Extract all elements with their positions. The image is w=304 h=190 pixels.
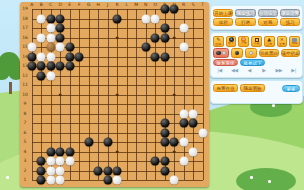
column-label: H: [96, 3, 99, 8]
stone-C13[interactable]: [46, 62, 55, 71]
row-label: 4: [24, 150, 27, 155]
stone-B13[interactable]: [37, 62, 46, 71]
stone-N15[interactable]: [141, 43, 150, 52]
column-label: F: [78, 3, 81, 8]
clear-board-button[interactable]: 清空棋盘: [281, 49, 301, 57]
stone-E13[interactable]: [65, 62, 74, 71]
stone-C2[interactable]: [46, 166, 55, 175]
column-label: C: [49, 3, 52, 8]
stone-R15[interactable]: [179, 43, 188, 52]
hoshi-point: [173, 151, 176, 154]
tool-glyph-button[interactable]: ✎画笔: [213, 36, 224, 47]
stone-D3[interactable]: [56, 157, 65, 166]
tool-circle-dark-button[interactable]: 1数字: [226, 36, 237, 47]
hoshi-point: [173, 37, 176, 40]
stone-S4[interactable]: [189, 147, 198, 156]
more-button[interactable]: 更多: [282, 85, 300, 92]
stone-P14[interactable]: [160, 52, 169, 61]
swap-colors-button[interactable]: 切换黑白: [259, 49, 279, 57]
stone-C1[interactable]: [46, 176, 55, 185]
app-screen: ABCDEFGHJKLMNOPQRST191817161514131211109…: [0, 0, 304, 190]
stone-Q1[interactable]: [170, 176, 179, 185]
column-label: N: [144, 3, 147, 8]
stone-K1[interactable]: [113, 176, 122, 185]
row-label: 8: [24, 112, 27, 117]
stone-B2[interactable]: [37, 166, 46, 175]
stone-P5[interactable]: [160, 138, 169, 147]
row-label: 7: [24, 121, 27, 126]
stone-E3[interactable]: [65, 157, 74, 166]
assign-homework-button[interactable]: 布置作业: [213, 84, 238, 92]
next-move-button[interactable]: ▶: [257, 67, 270, 74]
trial-move-button[interactable]: 换色试下: [240, 59, 265, 66]
stone-C18[interactable]: [46, 14, 55, 23]
stone-Q5[interactable]: [170, 138, 179, 147]
tool-eraser-button[interactable]: 擦除: [289, 36, 300, 47]
row-label: 6: [24, 131, 27, 136]
stone-R5[interactable]: [179, 138, 188, 147]
column-label: O: [153, 3, 157, 8]
stone-B1[interactable]: [37, 176, 46, 185]
stone-O14[interactable]: [151, 52, 160, 61]
stone-C16[interactable]: [46, 33, 55, 42]
stone-P17[interactable]: [160, 24, 169, 33]
stone-C4[interactable]: [46, 147, 55, 156]
stone-P6[interactable]: [160, 128, 169, 137]
stone-C12[interactable]: [46, 71, 55, 80]
stone-E4[interactable]: [65, 147, 74, 156]
stone-P19[interactable]: [160, 5, 169, 14]
hoshi-point: [59, 94, 62, 97]
flower-icon: [6, 176, 9, 179]
stone-D16[interactable]: [56, 33, 65, 42]
session-gray-button-1[interactable]: 随堂练习: [235, 9, 255, 17]
hoshi-point: [116, 151, 119, 154]
playback-row: |◀◀◀◀▶▶▶▶|: [213, 67, 300, 74]
annotation-tool-row: ✎画笔1数字A字母方块▲三角×叉号擦除: [213, 36, 300, 47]
session-gray-button-3[interactable]: 课堂设置: [280, 9, 300, 17]
tool-glyph-button[interactable]: ▲三角: [264, 36, 275, 47]
start-class-button[interactable]: 开始上课: [213, 9, 233, 17]
stone-R8[interactable]: [179, 109, 188, 118]
fast-forward-button[interactable]: ▶▶: [272, 67, 285, 74]
prev-move-button[interactable]: ◀: [243, 67, 256, 74]
stone-D17[interactable]: [56, 24, 65, 33]
stone-P2[interactable]: [160, 166, 169, 175]
stone-F14[interactable]: [75, 52, 84, 61]
stone-J2[interactable]: [103, 166, 112, 175]
mode-button-place[interactable]: 摆棋: [213, 18, 233, 26]
tool-label: 擦除: [292, 42, 298, 46]
stone-O16[interactable]: [151, 33, 160, 42]
row-label: 2: [24, 169, 27, 174]
tool-label: 三角: [266, 43, 272, 47]
stone-G5[interactable]: [84, 138, 93, 147]
stone-Q19[interactable]: [170, 5, 179, 14]
row-label: 9: [24, 102, 27, 107]
stone-D13[interactable]: [56, 62, 65, 71]
tool-label: 画笔: [215, 43, 221, 47]
tool-label: 字母: [241, 42, 247, 46]
stone-C14[interactable]: [46, 52, 55, 61]
stone-A14[interactable]: [27, 52, 36, 61]
stone-K18[interactable]: [113, 14, 122, 23]
row-label: 17: [22, 26, 28, 31]
session-card: 开始上课 随堂练习 自动演示 课堂设置 摆棋 打谱 对局 练习: [210, 5, 303, 30]
column-label: T: [201, 3, 204, 8]
stone-J1[interactable]: [103, 176, 112, 185]
quiz-button[interactable]: 随堂测验: [240, 84, 265, 92]
column-label: J: [107, 3, 108, 8]
stone-D1[interactable]: [56, 176, 65, 185]
alternate-stones-button[interactable]: [213, 48, 229, 58]
tool-label: 叉号: [279, 43, 285, 47]
row-label: 18: [22, 17, 28, 22]
stone-A13[interactable]: [27, 62, 36, 71]
column-label: B: [40, 3, 43, 8]
stone-R7[interactable]: [179, 119, 188, 128]
stone-B12[interactable]: [37, 71, 46, 80]
stone-S8[interactable]: [189, 109, 198, 118]
row-label: 19: [22, 7, 28, 12]
stone-P7[interactable]: [160, 119, 169, 128]
stone-D4[interactable]: [56, 147, 65, 156]
tool-glyph-button[interactable]: ×叉号: [277, 36, 288, 47]
mode-button-replay[interactable]: 打谱: [235, 18, 255, 26]
flower-icon: [268, 180, 271, 183]
hoshi-point: [116, 37, 119, 40]
row-label: 5: [24, 140, 27, 145]
hoshi-point: [116, 94, 119, 97]
flower-icon: [250, 176, 253, 179]
stone-H2[interactable]: [94, 166, 103, 175]
fast-rewind-button[interactable]: ◀◀: [228, 67, 241, 74]
flower-icon: [272, 104, 275, 107]
column-label: D: [58, 3, 61, 8]
restore-button[interactable]: 恢复原状: [213, 59, 238, 66]
tool-square-button[interactable]: 方块: [251, 36, 262, 47]
stone-E15[interactable]: [65, 43, 74, 52]
stone-K2[interactable]: [113, 166, 122, 175]
session-gray-button-2[interactable]: 自动演示: [258, 9, 278, 17]
bush-icon: [236, 168, 296, 190]
stone-R17[interactable]: [179, 24, 188, 33]
tool-label: 方块: [254, 42, 260, 46]
stone-D2[interactable]: [56, 166, 65, 175]
tool-label: 数字: [228, 42, 234, 46]
black-stone-icon: [235, 51, 240, 56]
go-start-button[interactable]: |◀: [213, 67, 226, 74]
row-label: 12: [22, 74, 28, 79]
black-stone-button[interactable]: [231, 48, 243, 58]
stone-C15[interactable]: [46, 43, 55, 52]
stone-O18[interactable]: [151, 14, 160, 23]
stone-S7[interactable]: [189, 119, 198, 128]
stone-A15[interactable]: [27, 43, 36, 52]
stone-B14[interactable]: [37, 52, 46, 61]
goban[interactable]: ABCDEFGHJKLMNOPQRST191817161514131211109…: [20, 2, 209, 187]
stone-P3[interactable]: [160, 157, 169, 166]
column-label: E: [68, 3, 71, 8]
stone-B18[interactable]: [37, 14, 46, 23]
row-label: 1: [24, 178, 27, 183]
row-label: 11: [22, 83, 28, 88]
hoshi-point: [173, 94, 176, 97]
black-stone-icon: [216, 51, 221, 56]
stone-P16[interactable]: [160, 33, 169, 42]
go-end-button[interactable]: ▶|: [287, 67, 300, 74]
stone-O3[interactable]: [151, 157, 160, 166]
stone-E14[interactable]: [65, 52, 74, 61]
stone-D15[interactable]: [56, 43, 65, 52]
stone-D18[interactable]: [56, 14, 65, 23]
stone-R3[interactable]: [179, 157, 188, 166]
stone-N18[interactable]: [141, 14, 150, 23]
white-stone-button[interactable]: [245, 48, 257, 58]
column-label: R: [182, 3, 185, 8]
mode-button-practice[interactable]: 练习: [280, 18, 300, 26]
column-label: A: [30, 3, 33, 8]
stone-B16[interactable]: [37, 33, 46, 42]
stone-C3[interactable]: [46, 157, 55, 166]
stone-B3[interactable]: [37, 157, 46, 166]
mode-button-play[interactable]: 对局: [258, 18, 278, 26]
column-label: S: [192, 3, 195, 8]
column-label: M: [134, 3, 138, 8]
row-label: 16: [22, 36, 28, 41]
control-panel: 开始上课 随堂练习 自动演示 课堂设置 摆棋 打谱 对局 练习 ✎画笔1数字A字…: [210, 5, 303, 104]
column-label: L: [125, 3, 128, 8]
white-stone-icon: [222, 51, 227, 56]
tools-card: ✎画笔1数字A字母方块▲三角×叉号擦除 切换黑白 清空棋盘 恢复原状 换色试下: [210, 32, 303, 78]
white-stone-icon: [249, 51, 254, 56]
row-label: 10: [22, 93, 28, 98]
stone-J5[interactable]: [103, 138, 112, 147]
row-label: 3: [24, 159, 27, 164]
column-label: K: [116, 3, 119, 8]
homework-card: 布置作业 随堂测验 更多: [210, 80, 303, 104]
column-label: G: [87, 3, 91, 8]
stone-C17[interactable]: [46, 24, 55, 33]
stone-T6[interactable]: [198, 128, 207, 137]
tool-circle-orange-button[interactable]: A字母: [238, 36, 249, 47]
